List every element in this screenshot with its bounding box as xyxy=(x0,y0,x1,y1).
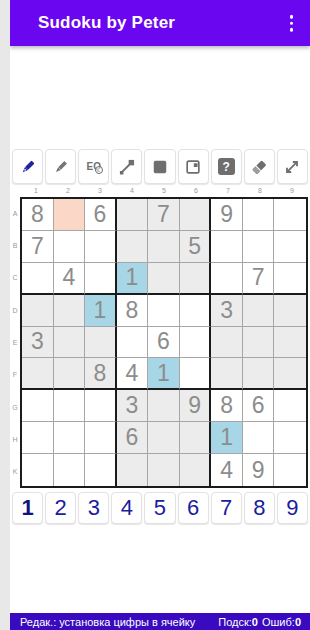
app-title: Sudoku by Peter xyxy=(38,13,175,33)
cell-C2[interactable]: 4 xyxy=(54,263,86,295)
cell-F5[interactable]: 1 xyxy=(148,358,180,390)
number-pad: 123456789 xyxy=(12,492,308,524)
cell-A6[interactable] xyxy=(180,199,212,231)
cell-C7[interactable] xyxy=(211,263,243,295)
cell-K8[interactable]: 9 xyxy=(243,454,275,486)
cell-F1[interactable] xyxy=(22,358,54,390)
cell-B1[interactable]: 7 xyxy=(22,231,54,263)
row-label-A: A xyxy=(10,210,20,217)
line-tool-button[interactable] xyxy=(111,149,142,184)
expand-tool-button[interactable] xyxy=(277,149,308,184)
cell-K7[interactable]: 4 xyxy=(211,454,243,486)
app-screen: Sudoku by Peter xyxy=(10,0,310,630)
fill-square-tool-button[interactable] xyxy=(144,149,175,184)
row-label-D: D xyxy=(10,307,20,314)
cell-H7[interactable]: 1 xyxy=(211,422,243,454)
cell-K9[interactable] xyxy=(274,454,306,486)
eraser-tool-button[interactable] xyxy=(244,149,275,184)
pen-tool-button[interactable] xyxy=(12,149,43,184)
numpad-button-8[interactable]: 8 xyxy=(244,492,275,524)
cell-K1[interactable] xyxy=(22,454,54,486)
cell-F3[interactable]: 8 xyxy=(85,358,117,390)
cell-C5[interactable] xyxy=(148,263,180,295)
cell-B5[interactable] xyxy=(148,231,180,263)
cell-C6[interactable] xyxy=(180,263,212,295)
pencil-tool-button[interactable] xyxy=(45,149,76,184)
cell-H8[interactable] xyxy=(243,422,275,454)
cell-B9[interactable] xyxy=(274,231,306,263)
col-label-6: 6 xyxy=(180,185,212,196)
cell-D9[interactable] xyxy=(274,295,306,327)
cell-K3[interactable] xyxy=(85,454,117,486)
cell-G4[interactable]: 3 xyxy=(117,390,149,422)
line-arrow-icon xyxy=(117,157,137,177)
row-label-G: G xyxy=(10,404,20,411)
cell-A3[interactable]: 6 xyxy=(85,199,117,231)
cell-H6[interactable] xyxy=(180,422,212,454)
cell-A9[interactable] xyxy=(274,199,306,231)
cell-E5[interactable]: 6 xyxy=(148,327,180,359)
kebab-menu-icon[interactable] xyxy=(286,11,298,36)
pencil-icon xyxy=(51,157,71,177)
cell-E6[interactable] xyxy=(180,327,212,359)
toolbar: EQ xyxy=(12,149,308,184)
cell-G3[interactable] xyxy=(85,390,117,422)
col-label-8: 8 xyxy=(244,185,276,196)
cell-F8[interactable] xyxy=(243,358,275,390)
cell-C1[interactable] xyxy=(22,263,54,295)
cell-H1[interactable] xyxy=(22,422,54,454)
cell-G2[interactable] xyxy=(54,390,86,422)
cell-F2[interactable] xyxy=(54,358,86,390)
cell-A7[interactable]: 9 xyxy=(211,199,243,231)
cell-C3[interactable] xyxy=(85,263,117,295)
col-label-4: 4 xyxy=(116,185,148,196)
col-label-1: 1 xyxy=(20,185,52,196)
cell-G6[interactable]: 9 xyxy=(180,390,212,422)
cell-B7[interactable] xyxy=(211,231,243,263)
filled-square-icon xyxy=(150,157,170,177)
cell-D7[interactable]: 3 xyxy=(211,295,243,327)
app-bar: Sudoku by Peter xyxy=(10,0,310,46)
numpad-button-3[interactable]: 3 xyxy=(78,492,109,524)
cell-G5[interactable] xyxy=(148,390,180,422)
inset-square-tool-button[interactable] xyxy=(178,149,209,184)
cell-H3[interactable] xyxy=(85,422,117,454)
cell-H4[interactable]: 6 xyxy=(117,422,149,454)
status-bar: Редак.: установка цифры в ячейку Подск:0… xyxy=(10,613,310,630)
cell-A4[interactable] xyxy=(117,199,149,231)
numpad-button-9[interactable]: 9 xyxy=(277,492,308,524)
cell-B3[interactable] xyxy=(85,231,117,263)
cell-K6[interactable] xyxy=(180,454,212,486)
eraser-icon xyxy=(249,157,269,177)
cell-E8[interactable] xyxy=(243,327,275,359)
search-tool-button[interactable]: EQ xyxy=(78,149,109,184)
numpad-button-5[interactable]: 5 xyxy=(144,492,175,524)
cell-E7[interactable] xyxy=(211,327,243,359)
cell-D3[interactable]: 1 xyxy=(85,295,117,327)
cell-G7[interactable]: 8 xyxy=(211,390,243,422)
counters: Подск:0 Ошиб:0 xyxy=(218,616,301,628)
cell-G1[interactable] xyxy=(22,390,54,422)
cell-K5[interactable] xyxy=(148,454,180,486)
col-label-7: 7 xyxy=(212,185,244,196)
cell-D8[interactable] xyxy=(243,295,275,327)
numpad-button-4[interactable]: 4 xyxy=(111,492,142,524)
row-label-E: E xyxy=(10,339,20,346)
cell-B8[interactable] xyxy=(243,231,275,263)
hints-counter: Подск:0 xyxy=(218,616,258,628)
errors-counter: Ошиб:0 xyxy=(262,616,301,628)
cell-G9[interactable] xyxy=(274,390,306,422)
expand-arrows-icon xyxy=(282,157,302,177)
cell-A1[interactable]: 8 xyxy=(22,199,54,231)
cell-F6[interactable] xyxy=(180,358,212,390)
cell-E4[interactable] xyxy=(117,327,149,359)
numpad-button-7[interactable]: 7 xyxy=(211,492,242,524)
col-label-5: 5 xyxy=(148,185,180,196)
numpad-button-2[interactable]: 2 xyxy=(45,492,76,524)
cell-H2[interactable] xyxy=(54,422,86,454)
cell-C9[interactable] xyxy=(274,263,306,295)
cell-C4[interactable]: 1 xyxy=(117,263,149,295)
cell-A5[interactable]: 7 xyxy=(148,199,180,231)
inset-square-icon xyxy=(183,157,203,177)
numpad-button-1[interactable]: 1 xyxy=(12,492,43,524)
cell-K4[interactable] xyxy=(117,454,149,486)
cell-E1[interactable]: 3 xyxy=(22,327,54,359)
help-tool-button[interactable]: ? xyxy=(211,149,242,184)
row-label-B: B xyxy=(10,242,20,249)
cell-H9[interactable] xyxy=(274,422,306,454)
row-label-C: C xyxy=(10,274,20,281)
col-label-9: 9 xyxy=(276,185,308,196)
cell-B6[interactable]: 5 xyxy=(180,231,212,263)
cell-B2[interactable] xyxy=(54,231,86,263)
edit-mode-text: Редак.: установка цифры в ячейку xyxy=(20,616,195,628)
col-label-3: 3 xyxy=(84,185,116,196)
cell-D4[interactable]: 8 xyxy=(117,295,149,327)
eq-magnifier-icon: EQ xyxy=(87,161,101,172)
cell-C8[interactable]: 7 xyxy=(243,263,275,295)
sudoku-board: 8679754171833684139866149 xyxy=(20,197,308,488)
row-label-H: H xyxy=(10,436,20,443)
cell-E2[interactable] xyxy=(54,327,86,359)
cell-E9[interactable] xyxy=(274,327,306,359)
row-labels: ABCDEFGHK xyxy=(10,197,20,488)
cell-E3[interactable] xyxy=(85,327,117,359)
cell-D5[interactable] xyxy=(148,295,180,327)
cell-H5[interactable] xyxy=(148,422,180,454)
cell-D2[interactable] xyxy=(54,295,86,327)
row-label-K: K xyxy=(10,468,20,475)
cell-K2[interactable] xyxy=(54,454,86,486)
cell-G8[interactable]: 6 xyxy=(243,390,275,422)
column-labels: 123456789 xyxy=(20,185,308,196)
row-label-F: F xyxy=(10,371,20,378)
cell-A2[interactable] xyxy=(54,199,86,231)
cell-F7[interactable] xyxy=(211,358,243,390)
numpad-button-6[interactable]: 6 xyxy=(178,492,209,524)
col-label-2: 2 xyxy=(52,185,84,196)
cell-F9[interactable] xyxy=(274,358,306,390)
cell-D1[interactable] xyxy=(22,295,54,327)
cell-D6[interactable] xyxy=(180,295,212,327)
cell-B4[interactable] xyxy=(117,231,149,263)
pen-icon xyxy=(18,157,38,177)
cell-A8[interactable] xyxy=(243,199,275,231)
question-icon: ? xyxy=(218,158,235,175)
cell-F4[interactable]: 4 xyxy=(117,358,149,390)
